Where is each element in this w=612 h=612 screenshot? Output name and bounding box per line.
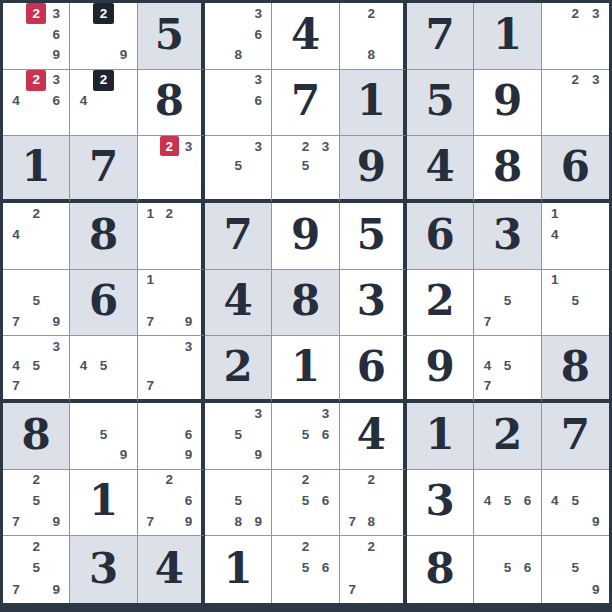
cell-r5c2[interactable]: 6 <box>70 270 137 337</box>
pencil-marks: 35 <box>208 136 268 196</box>
cell-r2c7[interactable]: 5 <box>407 70 474 137</box>
candidate-3: 3 <box>179 136 198 156</box>
solved-digit: 3 <box>426 480 455 524</box>
candidate-5: 5 <box>295 558 315 579</box>
cell-r5c1[interactable]: 579 <box>3 270 70 337</box>
given-digit: 8 <box>22 414 51 458</box>
cell-r8c3[interactable]: 2679 <box>138 470 205 537</box>
cell-r7c2[interactable]: 59 <box>70 403 137 470</box>
cell-r6c5[interactable]: 1 <box>272 336 339 403</box>
cell-r6c4[interactable]: 2 <box>205 336 272 403</box>
candidate-5: 5 <box>26 291 46 312</box>
pencil-marks: 589 <box>208 470 268 533</box>
candidate-3: 3 <box>179 336 198 356</box>
solved-digit: 4 <box>357 414 386 458</box>
cell-r7c3[interactable]: 69 <box>138 403 205 470</box>
candidate-5: 5 <box>497 356 517 376</box>
candidate-6: 6 <box>316 424 336 445</box>
cell-r4c6[interactable]: 5 <box>340 203 407 270</box>
candidate-6: 6 <box>46 24 66 45</box>
candidate-4: 4 <box>6 91 26 112</box>
pencil-marks: 14 <box>545 203 606 266</box>
cell-r8c9[interactable]: 459 <box>542 470 609 537</box>
cell-r2c9[interactable]: 23 <box>542 70 609 137</box>
solved-digit: 7 <box>291 80 320 124</box>
candidate-3: 3 <box>316 136 336 156</box>
cell-r4c3[interactable]: 12 <box>138 203 205 270</box>
candidate-5: 5 <box>497 291 517 312</box>
candidate-9: 9 <box>179 445 198 466</box>
candidate-6: 6 <box>316 491 336 512</box>
candidate-5: 5 <box>26 356 46 376</box>
pencil-marks: 37 <box>141 336 198 396</box>
cell-r7c1[interactable]: 8 <box>3 403 70 470</box>
given-digit: 7 <box>426 14 455 58</box>
pencil-marks: 29 <box>73 3 133 66</box>
solved-digit: 8 <box>493 146 522 190</box>
given-digit: 3 <box>493 214 522 258</box>
candidate-4: 4 <box>545 491 565 512</box>
candidate-7: 7 <box>6 311 26 332</box>
candidate-2: 2 <box>362 536 381 557</box>
candidate-2-black-chip: 2 <box>93 3 113 24</box>
pencil-marks: 27 <box>343 536 400 600</box>
cell-r9c6[interactable]: 27 <box>340 536 407 603</box>
cell-r4c5[interactable]: 9 <box>272 203 339 270</box>
cell-r5c6[interactable]: 3 <box>340 270 407 337</box>
cell-r2c4[interactable]: 36 <box>205 70 272 137</box>
cell-r5c3[interactable]: 179 <box>138 270 205 337</box>
cell-r6c6[interactable]: 6 <box>340 336 407 403</box>
given-digit: 6 <box>561 146 590 190</box>
pencil-marks: 56 <box>477 536 537 600</box>
cell-r7c4[interactable]: 359 <box>205 403 272 470</box>
cell-r9c8[interactable]: 56 <box>474 536 541 603</box>
pencil-marks: 23 <box>545 3 606 66</box>
cell-r9c4[interactable]: 1 <box>205 536 272 603</box>
candidate-4: 4 <box>6 224 26 245</box>
cell-r3c8[interactable]: 8 <box>474 136 541 203</box>
candidate-6: 6 <box>518 491 538 512</box>
cell-r9c2[interactable]: 3 <box>70 536 137 603</box>
cell-r1c8[interactable]: 1 <box>474 3 541 70</box>
given-digit: 8 <box>561 346 590 390</box>
cell-r3c5[interactable]: 235 <box>272 136 339 203</box>
candidate-9: 9 <box>586 579 606 600</box>
candidate-9: 9 <box>179 311 198 332</box>
candidate-4: 4 <box>545 224 565 245</box>
pencil-marks: 359 <box>208 403 268 466</box>
candidate-2: 2 <box>362 470 381 491</box>
candidate-2: 2 <box>565 70 585 91</box>
given-digit: 4 <box>224 280 253 324</box>
given-digit: 7 <box>561 414 590 458</box>
candidate-1: 1 <box>545 270 565 291</box>
candidate-6: 6 <box>518 558 538 579</box>
cell-r9c7[interactable]: 8 <box>407 536 474 603</box>
candidate-3: 3 <box>586 3 606 24</box>
pencil-marks: 24 <box>73 70 133 133</box>
pencil-marks: 356 <box>275 403 335 466</box>
candidate-5: 5 <box>26 491 46 512</box>
candidate-9: 9 <box>248 445 268 466</box>
cell-r8c7[interactable]: 3 <box>407 470 474 537</box>
candidate-5: 5 <box>497 558 517 579</box>
candidate-2-red-chip: 2 <box>160 136 179 156</box>
cell-r9c9[interactable]: 59 <box>542 536 609 603</box>
candidate-2: 2 <box>160 470 179 491</box>
cell-r2c8[interactable]: 9 <box>474 70 541 137</box>
cell-r6c8[interactable]: 457 <box>474 336 541 403</box>
candidate-9: 9 <box>248 511 268 532</box>
pencil-marks: 278 <box>343 470 400 533</box>
cell-r8c1[interactable]: 2579 <box>3 470 70 537</box>
candidate-9: 9 <box>179 511 198 532</box>
candidate-5: 5 <box>228 156 248 176</box>
candidate-1: 1 <box>545 203 565 224</box>
pencil-marks: 23 <box>545 70 606 133</box>
given-digit: 6 <box>426 214 455 258</box>
cell-r6c9[interactable]: 8 <box>542 336 609 403</box>
pencil-marks: 2679 <box>141 470 198 533</box>
cell-r1c6[interactable]: 28 <box>340 3 407 70</box>
cell-r9c1[interactable]: 2579 <box>3 536 70 603</box>
pencil-marks: 45 <box>73 336 133 396</box>
candidate-7: 7 <box>343 511 362 532</box>
pencil-marks: 23 <box>141 136 198 196</box>
cell-r8c6[interactable]: 278 <box>340 470 407 537</box>
pencil-marks: 368 <box>208 3 268 66</box>
solved-digit: 9 <box>426 346 455 390</box>
given-digit: 2 <box>493 414 522 458</box>
cell-r7c5[interactable]: 356 <box>272 403 339 470</box>
solved-digit: 8 <box>426 548 455 592</box>
candidate-2: 2 <box>362 3 381 24</box>
candidate-3: 3 <box>46 70 66 91</box>
given-digit: 7 <box>89 146 118 190</box>
cell-r5c4[interactable]: 4 <box>205 270 272 337</box>
pencil-marks: 15 <box>545 270 606 333</box>
cell-r9c5[interactable]: 256 <box>272 536 339 603</box>
candidate-5: 5 <box>565 291 585 312</box>
given-digit: 5 <box>426 80 455 124</box>
candidate-3: 3 <box>248 403 268 424</box>
pencil-marks: 59 <box>545 536 606 600</box>
candidate-3: 3 <box>248 70 268 91</box>
candidate-8: 8 <box>228 45 248 66</box>
cell-r5c5[interactable]: 8 <box>272 270 339 337</box>
candidate-7: 7 <box>477 376 497 396</box>
candidate-8: 8 <box>362 45 381 66</box>
pencil-marks: 579 <box>6 270 66 333</box>
given-digit: 2 <box>224 346 253 390</box>
candidate-8: 8 <box>362 511 381 532</box>
given-digit: 8 <box>89 214 118 258</box>
candidate-2-red-chip: 2 <box>26 70 46 91</box>
pencil-marks: 457 <box>477 336 537 396</box>
candidate-9: 9 <box>46 579 66 600</box>
candidate-5: 5 <box>228 424 248 445</box>
candidate-2: 2 <box>26 536 46 557</box>
solved-digit: 5 <box>357 214 386 258</box>
given-digit: 6 <box>89 280 118 324</box>
given-digit: 4 <box>155 548 184 592</box>
solved-digit: 1 <box>89 480 118 524</box>
candidate-5: 5 <box>295 491 315 512</box>
cell-r1c3[interactable]: 5 <box>138 3 205 70</box>
cell-r2c2[interactable]: 24 <box>70 70 137 137</box>
cell-r1c1[interactable]: 2369 <box>3 3 70 70</box>
sudoku-board: 2369295368428712323462483671592317233523… <box>0 0 612 612</box>
candidate-9: 9 <box>114 45 134 66</box>
solved-digit: 2 <box>426 280 455 324</box>
solved-digit: 9 <box>493 80 522 124</box>
candidate-5: 5 <box>93 424 113 445</box>
cell-r2c1[interactable]: 2346 <box>3 70 70 137</box>
given-digit: 1 <box>22 146 51 190</box>
given-digit: 3 <box>89 548 118 592</box>
candidate-2: 2 <box>160 203 179 224</box>
pencil-marks: 24 <box>6 203 66 266</box>
candidate-9: 9 <box>114 445 134 466</box>
candidate-7: 7 <box>477 311 497 332</box>
candidate-4: 4 <box>6 356 26 376</box>
candidate-5: 5 <box>497 491 517 512</box>
cell-r4c1[interactable]: 24 <box>3 203 70 270</box>
candidate-2: 2 <box>295 536 315 557</box>
cell-r6c2[interactable]: 45 <box>70 336 137 403</box>
pencil-marks: 2369 <box>6 3 66 66</box>
pencil-marks: 59 <box>73 403 133 466</box>
pencil-marks: 2579 <box>6 470 66 533</box>
candidate-2: 2 <box>26 203 46 224</box>
candidate-3: 3 <box>316 403 336 424</box>
cell-r9c3[interactable]: 4 <box>138 536 205 603</box>
candidate-3: 3 <box>586 70 606 91</box>
pencil-marks: 69 <box>141 403 198 466</box>
candidate-7: 7 <box>6 579 26 600</box>
candidate-6: 6 <box>179 424 198 445</box>
cell-r5c9[interactable]: 15 <box>542 270 609 337</box>
cell-r3c2[interactable]: 7 <box>70 136 137 203</box>
candidate-5: 5 <box>93 356 113 376</box>
given-digit: 1 <box>493 14 522 58</box>
candidate-5: 5 <box>295 156 315 176</box>
pencil-marks: 2346 <box>6 70 66 133</box>
cell-r4c4[interactable]: 7 <box>205 203 272 270</box>
cell-r1c9[interactable]: 23 <box>542 3 609 70</box>
cell-r4c8[interactable]: 3 <box>474 203 541 270</box>
cell-r3c9[interactable]: 6 <box>542 136 609 203</box>
pencil-marks: 57 <box>477 270 537 333</box>
candidate-3: 3 <box>248 136 268 156</box>
solved-digit: 1 <box>291 346 320 390</box>
solved-digit: 3 <box>357 280 386 324</box>
solved-digit: 4 <box>291 14 320 58</box>
cell-r4c9[interactable]: 14 <box>542 203 609 270</box>
candidate-3: 3 <box>46 336 66 356</box>
cell-r7c7[interactable]: 1 <box>407 403 474 470</box>
candidate-2: 2 <box>295 470 315 491</box>
pencil-marks: 28 <box>343 3 400 66</box>
candidate-5: 5 <box>565 558 585 579</box>
cell-r3c4[interactable]: 35 <box>205 136 272 203</box>
candidate-2: 2 <box>565 3 585 24</box>
cell-r3c1[interactable]: 1 <box>3 136 70 203</box>
cell-r8c4[interactable]: 589 <box>205 470 272 537</box>
candidate-9: 9 <box>586 511 606 532</box>
cell-r4c2[interactable]: 8 <box>70 203 137 270</box>
cell-r6c3[interactable]: 37 <box>138 336 205 403</box>
candidate-9: 9 <box>46 311 66 332</box>
candidate-6: 6 <box>248 91 268 112</box>
candidate-2: 2 <box>295 136 315 156</box>
candidate-7: 7 <box>141 376 160 396</box>
candidate-7: 7 <box>6 376 26 396</box>
candidate-6: 6 <box>248 24 268 45</box>
candidate-7: 7 <box>343 579 362 600</box>
cell-r1c7[interactable]: 7 <box>407 3 474 70</box>
pencil-marks: 256 <box>275 470 335 533</box>
cell-r8c2[interactable]: 1 <box>70 470 137 537</box>
candidate-9: 9 <box>46 45 66 66</box>
candidate-7: 7 <box>6 511 26 532</box>
cell-r2c3[interactable]: 8 <box>138 70 205 137</box>
given-digit: 1 <box>357 80 386 124</box>
candidate-6: 6 <box>179 491 198 512</box>
pencil-marks: 12 <box>141 203 198 266</box>
given-digit: 9 <box>357 146 386 190</box>
candidate-5: 5 <box>295 424 315 445</box>
cell-r1c4[interactable]: 368 <box>205 3 272 70</box>
given-digit: 4 <box>426 146 455 190</box>
cell-r4c7[interactable]: 6 <box>407 203 474 270</box>
candidate-3: 3 <box>46 3 66 24</box>
cell-r1c5[interactable]: 4 <box>272 3 339 70</box>
candidate-3: 3 <box>248 3 268 24</box>
given-digit: 5 <box>155 14 184 58</box>
candidate-1: 1 <box>141 203 160 224</box>
pencil-marks: 179 <box>141 270 198 333</box>
cell-r1c2[interactable]: 29 <box>70 3 137 70</box>
candidate-7: 7 <box>141 511 160 532</box>
candidate-7: 7 <box>141 311 160 332</box>
solved-digit: 9 <box>291 214 320 258</box>
pencil-marks: 459 <box>545 470 606 533</box>
candidate-6: 6 <box>46 91 66 112</box>
cell-r2c6[interactable]: 1 <box>340 70 407 137</box>
candidate-2-red-chip: 2 <box>26 3 46 24</box>
cell-r6c1[interactable]: 3457 <box>3 336 70 403</box>
cell-r2c5[interactable]: 7 <box>272 70 339 137</box>
cell-r7c8[interactable]: 2 <box>474 403 541 470</box>
pencil-marks: 3457 <box>6 336 66 396</box>
cell-r8c5[interactable]: 256 <box>272 470 339 537</box>
candidate-4: 4 <box>73 91 93 112</box>
candidate-8: 8 <box>228 511 248 532</box>
cell-r6c7[interactable]: 9 <box>407 336 474 403</box>
cell-r8c8[interactable]: 456 <box>474 470 541 537</box>
pencil-marks: 36 <box>208 70 268 133</box>
candidate-5: 5 <box>26 558 46 579</box>
pencil-marks: 2579 <box>6 536 66 600</box>
solved-digit: 8 <box>155 80 184 124</box>
candidate-4: 4 <box>477 491 497 512</box>
cell-r3c6[interactable]: 9 <box>340 136 407 203</box>
given-digit: 7 <box>224 214 253 258</box>
pencil-marks: 456 <box>477 470 537 533</box>
given-digit: 1 <box>426 414 455 458</box>
candidate-2: 2 <box>26 470 46 491</box>
candidate-1: 1 <box>141 270 160 291</box>
candidate-6: 6 <box>316 558 336 579</box>
pencil-marks: 235 <box>275 136 335 196</box>
candidate-4: 4 <box>73 356 93 376</box>
cell-r7c9[interactable]: 7 <box>542 403 609 470</box>
solved-digit: 1 <box>224 548 253 592</box>
candidate-4: 4 <box>477 356 497 376</box>
given-digit: 8 <box>291 280 320 324</box>
candidate-2-black-chip: 2 <box>93 70 113 91</box>
candidate-9: 9 <box>46 511 66 532</box>
cell-r3c7[interactable]: 4 <box>407 136 474 203</box>
candidate-5: 5 <box>565 491 585 512</box>
solved-digit: 6 <box>357 346 386 390</box>
cell-r5c7[interactable]: 2 <box>407 270 474 337</box>
candidate-5: 5 <box>228 491 248 512</box>
cell-r3c3[interactable]: 23 <box>138 136 205 203</box>
cell-r7c6[interactable]: 4 <box>340 403 407 470</box>
pencil-marks: 256 <box>275 536 335 600</box>
cell-r5c8[interactable]: 57 <box>474 270 541 337</box>
